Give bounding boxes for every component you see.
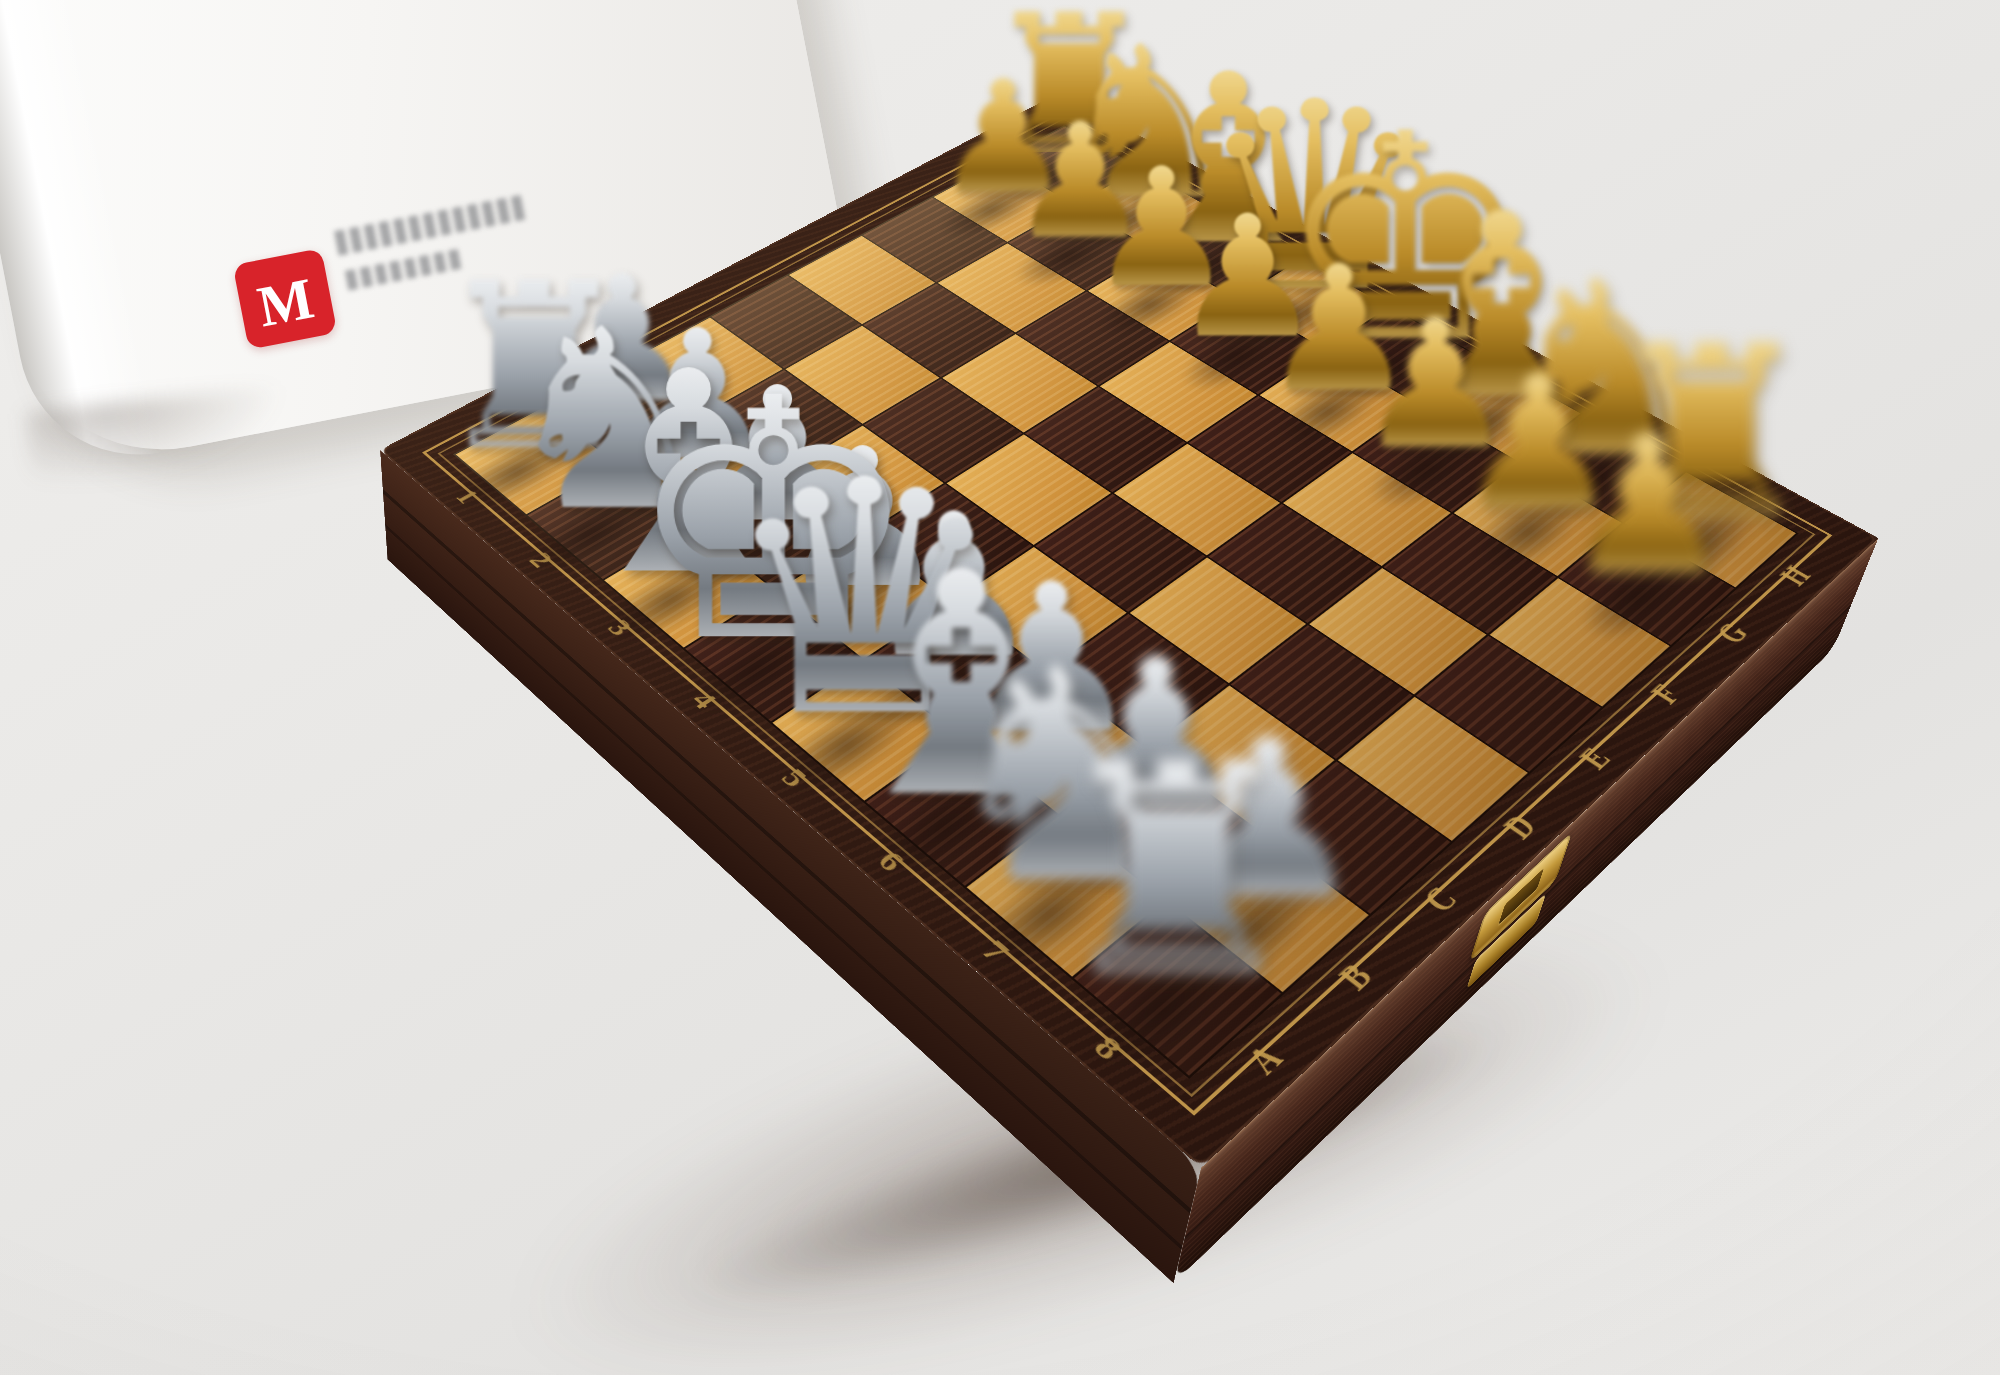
- file-label-D: D: [1497, 809, 1543, 844]
- file-label-E: E: [1573, 742, 1617, 774]
- piece-glyph: ♜: [960, 725, 1395, 1016]
- chess-box: 12345678 ABCDEFGH ♜♟♟♜♞♟♟♞♝♟♟♝♚♟♟♛♛♟♟♚♝♟…: [380, 92, 1878, 1168]
- file-label-G: G: [1710, 618, 1754, 648]
- file-label-F: F: [1644, 679, 1686, 708]
- render-canvas: М 12345678 ABCDEFGH ♜♟♟♜♞♟♟♞♝♟♟♝♚♟♟♛♛♟♟♚…: [0, 0, 2000, 1375]
- piece-glyph: ♟: [1466, 412, 1829, 602]
- board-scene: 12345678 ABCDEFGH ♜♟♟♜♞♟♟♞♝♟♟♝♚♟♟♛♛♟♟♚♝♟…: [0, 0, 2000, 1375]
- box-top-face: 12345678 ABCDEFGH ♜♟♟♜♞♟♟♞♝♟♟♝♚♟♟♛♛♟♟♚♝♟…: [380, 92, 1878, 1168]
- file-label-A: A: [1240, 1038, 1290, 1081]
